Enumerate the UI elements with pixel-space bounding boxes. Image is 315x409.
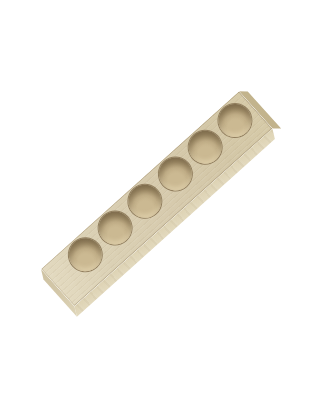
pit-grid [57,93,271,292]
product-photo-background [0,0,315,409]
pit-1 [61,231,108,278]
board-top-face [41,91,272,306]
pit-5 [182,124,229,171]
pit-3 [121,177,168,224]
pit-4 [151,151,198,198]
pit-2 [91,204,138,251]
mancala-board [41,91,272,306]
